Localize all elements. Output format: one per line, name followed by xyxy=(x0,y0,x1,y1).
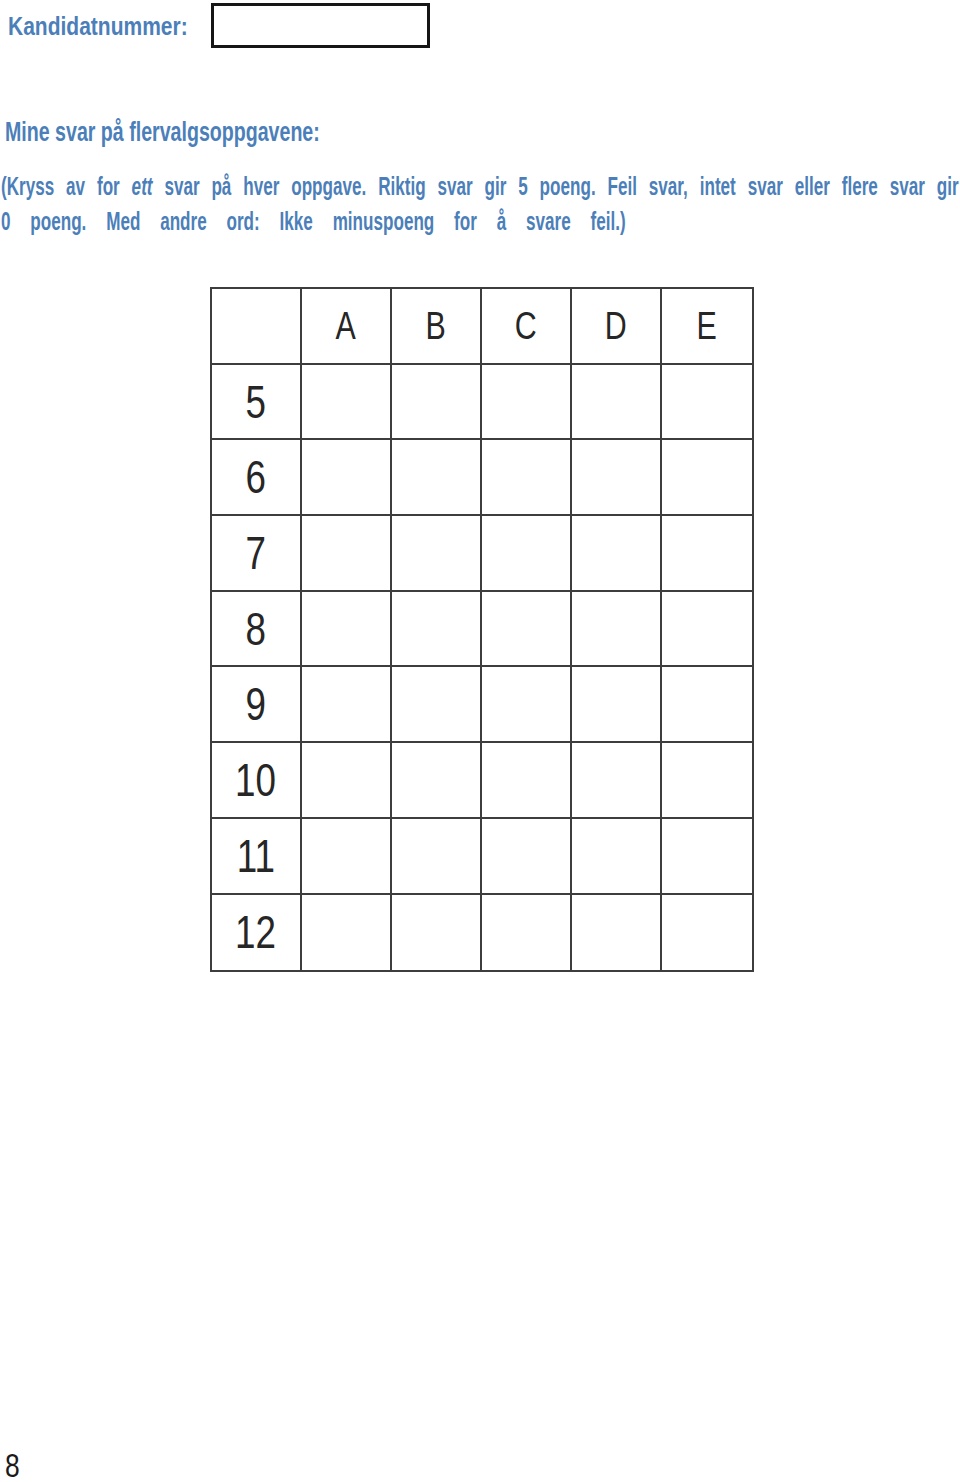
answer-cell-8D[interactable] xyxy=(572,592,662,668)
answer-cell-11E[interactable] xyxy=(662,819,752,895)
column-header-B: B xyxy=(392,289,482,365)
candidate-number-box[interactable] xyxy=(211,3,430,48)
answer-cell-5E[interactable] xyxy=(662,365,752,441)
answer-cell-6D[interactable] xyxy=(572,440,662,516)
answer-cell-8C[interactable] xyxy=(482,592,572,668)
answer-cell-8A[interactable] xyxy=(302,592,392,668)
answer-cell-9E[interactable] xyxy=(662,667,752,743)
answer-cell-10A[interactable] xyxy=(302,743,392,819)
page-number: 8 xyxy=(5,1449,20,1482)
answer-cell-12A[interactable] xyxy=(302,895,392,971)
row-label-12: 12 xyxy=(212,895,302,971)
answer-cell-6A[interactable] xyxy=(302,440,392,516)
answer-cell-11D[interactable] xyxy=(572,819,662,895)
answer-cell-9A[interactable] xyxy=(302,667,392,743)
answer-cell-8E[interactable] xyxy=(662,592,752,668)
answer-cell-12C[interactable] xyxy=(482,895,572,971)
row-label-10: 10 xyxy=(212,743,302,819)
column-header-D: D xyxy=(572,289,662,365)
answer-cell-6E[interactable] xyxy=(662,440,752,516)
row-label-6: 6 xyxy=(212,440,302,516)
section-title: Mine svar på flervalgsoppgavene: xyxy=(5,118,320,146)
answer-cell-7A[interactable] xyxy=(302,516,392,592)
row-label-9: 9 xyxy=(212,667,302,743)
answer-cell-12B[interactable] xyxy=(392,895,482,971)
instructions-line-1: (Kryss av for ett svar på hver oppgave. … xyxy=(1,169,959,204)
answer-cell-7B[interactable] xyxy=(392,516,482,592)
column-header-A: A xyxy=(302,289,392,365)
answer-cell-9D[interactable] xyxy=(572,667,662,743)
answer-cell-9C[interactable] xyxy=(482,667,572,743)
answer-cell-5C[interactable] xyxy=(482,365,572,441)
answer-cell-9B[interactable] xyxy=(392,667,482,743)
answer-cell-7D[interactable] xyxy=(572,516,662,592)
answer-cell-7E[interactable] xyxy=(662,516,752,592)
answer-table: A B C D E 5 6 7 8 9 10 11 12 xyxy=(210,287,754,972)
column-header-C: C xyxy=(482,289,572,365)
candidate-number-label: Kandidatnummer: xyxy=(8,14,188,39)
column-header-E: E xyxy=(662,289,752,365)
table-corner-cell xyxy=(212,289,302,365)
answer-cell-11C[interactable] xyxy=(482,819,572,895)
answer-cell-11A[interactable] xyxy=(302,819,392,895)
row-label-5: 5 xyxy=(212,365,302,441)
row-label-8: 8 xyxy=(212,592,302,668)
answer-cell-10E[interactable] xyxy=(662,743,752,819)
row-label-11: 11 xyxy=(212,819,302,895)
answer-cell-10C[interactable] xyxy=(482,743,572,819)
answer-cell-10B[interactable] xyxy=(392,743,482,819)
answer-cell-6B[interactable] xyxy=(392,440,482,516)
answer-cell-6C[interactable] xyxy=(482,440,572,516)
row-label-7: 7 xyxy=(212,516,302,592)
answer-cell-8B[interactable] xyxy=(392,592,482,668)
answer-cell-7C[interactable] xyxy=(482,516,572,592)
answer-cell-12E[interactable] xyxy=(662,895,752,971)
instructions-paragraph: (Kryss av for ett svar på hver oppgave. … xyxy=(1,169,959,239)
answer-cell-5D[interactable] xyxy=(572,365,662,441)
answer-cell-12D[interactable] xyxy=(572,895,662,971)
answer-cell-11B[interactable] xyxy=(392,819,482,895)
italic-word-ett: ett xyxy=(132,172,153,200)
answer-cell-10D[interactable] xyxy=(572,743,662,819)
answer-cell-5B[interactable] xyxy=(392,365,482,441)
answer-cell-5A[interactable] xyxy=(302,365,392,441)
instructions-line-2: 0 poeng. Med andre ord: Ikke minuspoeng … xyxy=(1,204,959,239)
